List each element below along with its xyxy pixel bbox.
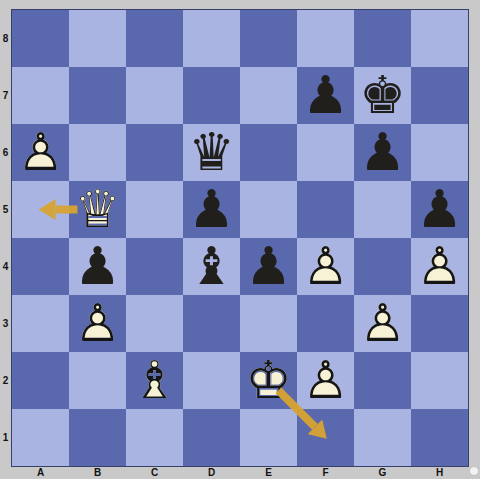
square-g4[interactable]: [354, 238, 411, 295]
square-g2[interactable]: [354, 352, 411, 409]
white-pawn-outline-icon: ♙: [297, 238, 354, 295]
square-a3[interactable]: [12, 295, 69, 352]
rank-label-1: 1: [0, 409, 11, 466]
square-a4[interactable]: [12, 238, 69, 295]
white-bishop-icon: ♝: [126, 352, 183, 409]
piece-black-pawn[interactable]: ♟: [69, 238, 126, 295]
piece-black-king[interactable]: ♚: [354, 67, 411, 124]
white-bishop-outline-icon: ♗: [126, 352, 183, 409]
square-g1[interactable]: [354, 409, 411, 466]
square-g5[interactable]: [354, 181, 411, 238]
square-d2[interactable]: [183, 352, 240, 409]
square-f6[interactable]: [297, 124, 354, 181]
piece-black-pawn[interactable]: ♟: [183, 181, 240, 238]
white-pawn-icon: ♟: [354, 295, 411, 352]
file-label-c: C: [126, 466, 183, 479]
square-f4[interactable]: ♟♙: [297, 238, 354, 295]
square-f1[interactable]: [297, 409, 354, 466]
chess-app-background: ♟♚♟♙♛♟♛♕♟♟♟♝♟♟♙♟♙♟♙♟♙♝♗♚♔♟♙ 87654321 ABC…: [0, 0, 480, 479]
black-king-icon: ♚: [354, 67, 411, 124]
square-e6[interactable]: [240, 124, 297, 181]
black-queen-icon: ♛: [183, 124, 240, 181]
square-g6[interactable]: ♟: [354, 124, 411, 181]
piece-black-bishop[interactable]: ♝: [183, 238, 240, 295]
white-king-icon: ♚: [240, 352, 297, 409]
piece-black-pawn[interactable]: ♟: [297, 67, 354, 124]
square-c6[interactable]: [126, 124, 183, 181]
square-h1[interactable]: [411, 409, 468, 466]
rank-label-8: 8: [0, 10, 11, 67]
chess-board: ♟♚♟♙♛♟♛♕♟♟♟♝♟♟♙♟♙♟♙♟♙♝♗♚♔♟♙: [11, 9, 469, 467]
square-c1[interactable]: [126, 409, 183, 466]
file-label-f: F: [297, 466, 354, 479]
square-b7[interactable]: [69, 67, 126, 124]
square-h2[interactable]: [411, 352, 468, 409]
file-label-b: B: [69, 466, 126, 479]
square-d8[interactable]: [183, 10, 240, 67]
file-label-e: E: [240, 466, 297, 479]
square-a2[interactable]: [12, 352, 69, 409]
square-e1[interactable]: [240, 409, 297, 466]
square-h6[interactable]: [411, 124, 468, 181]
square-f7[interactable]: ♟: [297, 67, 354, 124]
square-e3[interactable]: [240, 295, 297, 352]
piece-white-pawn[interactable]: ♟♙: [411, 238, 468, 295]
white-pawn-icon: ♟: [69, 295, 126, 352]
square-d3[interactable]: [183, 295, 240, 352]
square-a7[interactable]: [12, 67, 69, 124]
piece-white-pawn[interactable]: ♟♙: [354, 295, 411, 352]
square-a5[interactable]: [12, 181, 69, 238]
square-g8[interactable]: [354, 10, 411, 67]
piece-white-pawn[interactable]: ♟♙: [297, 238, 354, 295]
square-f3[interactable]: [297, 295, 354, 352]
square-g3[interactable]: ♟♙: [354, 295, 411, 352]
square-f8[interactable]: [297, 10, 354, 67]
rank-label-7: 7: [0, 67, 11, 124]
file-label-h: H: [411, 466, 468, 479]
black-pawn-icon: ♟: [354, 124, 411, 181]
square-b5[interactable]: ♛♕: [69, 181, 126, 238]
square-e5[interactable]: [240, 181, 297, 238]
square-b2[interactable]: [69, 352, 126, 409]
piece-white-pawn[interactable]: ♟♙: [69, 295, 126, 352]
square-d1[interactable]: [183, 409, 240, 466]
piece-black-pawn[interactable]: ♟: [411, 181, 468, 238]
file-label-g: G: [354, 466, 411, 479]
square-h7[interactable]: [411, 67, 468, 124]
rank-label-5: 5: [0, 181, 11, 238]
square-e8[interactable]: [240, 10, 297, 67]
rank-label-6: 6: [0, 124, 11, 181]
file-label-a: A: [12, 466, 69, 479]
black-pawn-icon: ♟: [183, 181, 240, 238]
square-h4[interactable]: ♟♙: [411, 238, 468, 295]
white-pawn-outline-icon: ♙: [297, 352, 354, 409]
black-pawn-icon: ♟: [297, 67, 354, 124]
square-f5[interactable]: [297, 181, 354, 238]
rank-label-4: 4: [0, 238, 11, 295]
rank-label-3: 3: [0, 295, 11, 352]
corner-dot: [470, 467, 478, 475]
square-d5[interactable]: ♟: [183, 181, 240, 238]
square-c8[interactable]: [126, 10, 183, 67]
square-c4[interactable]: [126, 238, 183, 295]
square-e4[interactable]: ♟: [240, 238, 297, 295]
white-pawn-icon: ♟: [297, 352, 354, 409]
square-a1[interactable]: [12, 409, 69, 466]
square-d6[interactable]: ♛: [183, 124, 240, 181]
square-b3[interactable]: ♟♙: [69, 295, 126, 352]
black-pawn-icon: ♟: [411, 181, 468, 238]
piece-white-queen[interactable]: ♛♕: [69, 181, 126, 238]
white-pawn-icon: ♟: [411, 238, 468, 295]
white-pawn-outline-icon: ♙: [12, 124, 69, 181]
piece-white-bishop[interactable]: ♝♗: [126, 352, 183, 409]
square-d4[interactable]: ♝: [183, 238, 240, 295]
square-a6[interactable]: ♟♙: [12, 124, 69, 181]
square-h3[interactable]: [411, 295, 468, 352]
square-d7[interactable]: [183, 67, 240, 124]
piece-white-pawn[interactable]: ♟♙: [297, 352, 354, 409]
white-queen-icon: ♛: [69, 181, 126, 238]
piece-white-pawn[interactable]: ♟♙: [12, 124, 69, 181]
white-queen-outline-icon: ♕: [69, 181, 126, 238]
square-b1[interactable]: [69, 409, 126, 466]
white-pawn-icon: ♟: [297, 238, 354, 295]
square-f2[interactable]: ♟♙: [297, 352, 354, 409]
square-b4[interactable]: ♟: [69, 238, 126, 295]
square-a8[interactable]: [12, 10, 69, 67]
rank-label-2: 2: [0, 352, 11, 409]
square-g7[interactable]: ♚: [354, 67, 411, 124]
white-pawn-outline-icon: ♙: [411, 238, 468, 295]
square-c2[interactable]: ♝♗: [126, 352, 183, 409]
white-pawn-outline-icon: ♙: [69, 295, 126, 352]
square-c5[interactable]: [126, 181, 183, 238]
black-bishop-icon: ♝: [183, 238, 240, 295]
piece-black-pawn[interactable]: ♟: [240, 238, 297, 295]
square-e2[interactable]: ♚♔: [240, 352, 297, 409]
piece-black-pawn[interactable]: ♟: [354, 124, 411, 181]
square-c7[interactable]: [126, 67, 183, 124]
square-b8[interactable]: [69, 10, 126, 67]
square-c3[interactable]: [126, 295, 183, 352]
white-pawn-outline-icon: ♙: [354, 295, 411, 352]
black-pawn-icon: ♟: [69, 238, 126, 295]
square-h5[interactable]: ♟: [411, 181, 468, 238]
file-label-d: D: [183, 466, 240, 479]
white-king-outline-icon: ♔: [240, 352, 297, 409]
piece-black-queen[interactable]: ♛: [183, 124, 240, 181]
white-pawn-icon: ♟: [12, 124, 69, 181]
square-h8[interactable]: [411, 10, 468, 67]
piece-white-king[interactable]: ♚♔: [240, 352, 297, 409]
square-e7[interactable]: [240, 67, 297, 124]
black-pawn-icon: ♟: [240, 238, 297, 295]
square-b6[interactable]: [69, 124, 126, 181]
